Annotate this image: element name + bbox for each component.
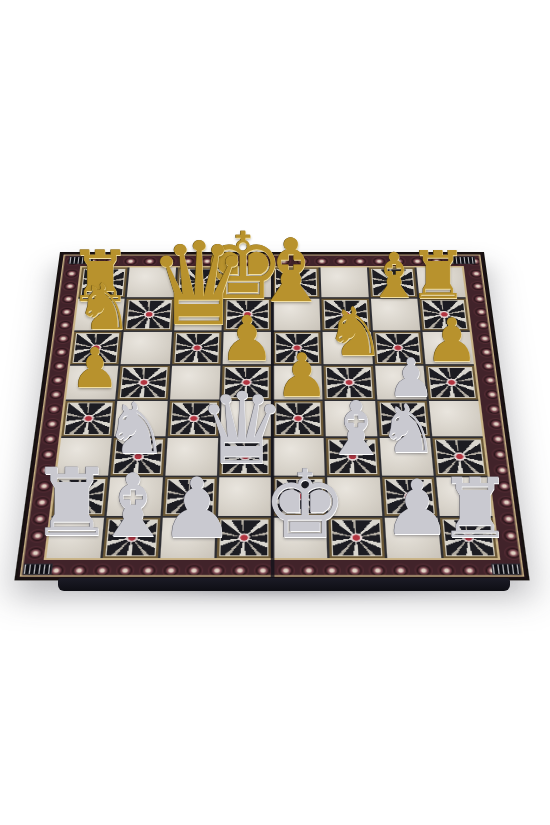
product-photo-stage: ♝♜♜♚♝♛♞♞♟♟♟♟♟♞♞♝♛♟♜♝♟♜♚ bbox=[0, 0, 550, 825]
piece-gold-pawn-d6[interactable]: ♟ bbox=[219, 308, 275, 370]
board-front-edge bbox=[58, 578, 510, 591]
piece-silver-rook-h1[interactable]: ♜ bbox=[438, 467, 512, 550]
piece-silver-pawn-c1[interactable]: ♟ bbox=[160, 467, 234, 550]
corner-inlay-plaque bbox=[491, 564, 521, 575]
piece-gold-rook-h8[interactable]: ♜ bbox=[408, 243, 467, 309]
piece-gold-knight-f6[interactable]: ♞ bbox=[325, 299, 385, 366]
corner-inlay-plaque bbox=[22, 564, 52, 575]
piece-gold-knight-a7[interactable]: ♞ bbox=[75, 275, 132, 339]
piece-silver-king-e1[interactable]: ♚ bbox=[263, 458, 347, 552]
